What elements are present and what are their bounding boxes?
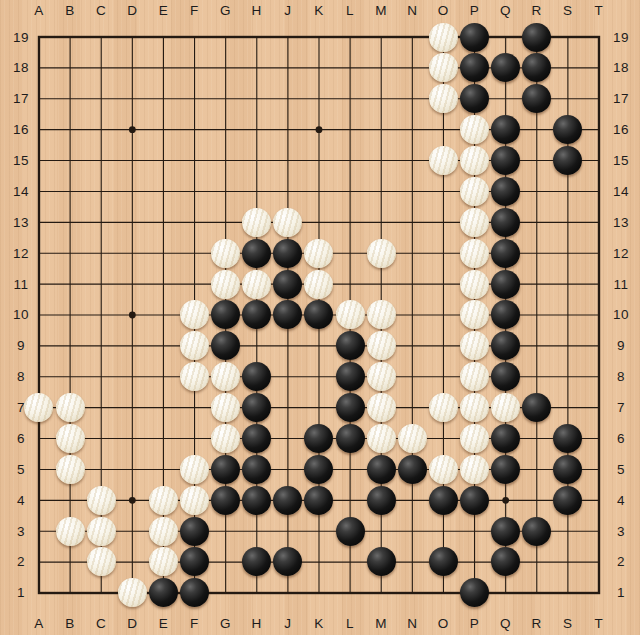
empty-intersection[interactable] — [583, 361, 614, 392]
empty-intersection[interactable] — [521, 330, 552, 361]
black-stone — [459, 22, 490, 53]
empty-intersection[interactable] — [428, 423, 459, 454]
white-stone — [148, 516, 179, 547]
empty-intersection[interactable] — [23, 176, 54, 207]
empty-intersection[interactable] — [303, 52, 334, 83]
white-stone — [210, 392, 241, 423]
empty-intersection[interactable] — [241, 22, 272, 53]
empty-intersection[interactable] — [55, 83, 86, 114]
empty-intersection[interactable] — [86, 423, 117, 454]
empty-intersection[interactable] — [490, 577, 521, 608]
empty-intersection[interactable] — [490, 485, 521, 516]
empty-intersection[interactable] — [490, 83, 521, 114]
empty-intersection[interactable] — [86, 145, 117, 176]
empty-intersection[interactable] — [148, 114, 179, 145]
empty-intersection[interactable] — [428, 516, 459, 547]
empty-intersection[interactable] — [148, 269, 179, 300]
empty-intersection[interactable] — [241, 176, 272, 207]
white-stone — [366, 392, 397, 423]
empty-intersection[interactable] — [334, 238, 365, 269]
empty-intersection[interactable] — [55, 361, 86, 392]
empty-intersection[interactable] — [117, 238, 148, 269]
empty-intersection[interactable] — [552, 207, 583, 238]
empty-intersection[interactable] — [303, 330, 334, 361]
white-stone — [334, 299, 365, 330]
empty-intersection[interactable] — [210, 145, 241, 176]
empty-intersection[interactable] — [303, 83, 334, 114]
empty-intersection[interactable] — [583, 423, 614, 454]
empty-intersection[interactable] — [55, 114, 86, 145]
empty-intersection[interactable] — [55, 330, 86, 361]
empty-intersection[interactable] — [552, 392, 583, 423]
empty-intersection[interactable] — [86, 330, 117, 361]
empty-intersection[interactable] — [303, 516, 334, 547]
empty-intersection[interactable] — [117, 546, 148, 577]
white-stone — [55, 454, 86, 485]
empty-intersection[interactable] — [334, 546, 365, 577]
empty-intersection[interactable] — [117, 423, 148, 454]
empty-intersection[interactable] — [148, 145, 179, 176]
black-stone — [334, 392, 365, 423]
empty-intersection[interactable] — [179, 238, 210, 269]
empty-intersection[interactable] — [117, 83, 148, 114]
empty-intersection[interactable] — [148, 83, 179, 114]
empty-intersection[interactable] — [397, 52, 428, 83]
coord-label: G — [210, 613, 241, 633]
empty-intersection[interactable] — [23, 454, 54, 485]
empty-intersection[interactable] — [303, 577, 334, 608]
black-stone — [366, 546, 397, 577]
empty-intersection[interactable] — [272, 454, 303, 485]
empty-intersection[interactable] — [179, 176, 210, 207]
black-stone — [490, 330, 521, 361]
empty-intersection[interactable] — [148, 423, 179, 454]
empty-intersection[interactable] — [241, 52, 272, 83]
white-stone — [210, 423, 241, 454]
empty-intersection[interactable] — [552, 361, 583, 392]
white-stone — [490, 392, 521, 423]
empty-intersection[interactable] — [55, 176, 86, 207]
empty-intersection[interactable] — [552, 176, 583, 207]
empty-intersection[interactable] — [334, 269, 365, 300]
empty-intersection[interactable] — [86, 361, 117, 392]
empty-intersection[interactable] — [521, 207, 552, 238]
white-stone — [459, 238, 490, 269]
empty-intersection[interactable] — [366, 22, 397, 53]
empty-intersection[interactable] — [583, 392, 614, 423]
empty-intersection[interactable] — [86, 577, 117, 608]
empty-intersection[interactable] — [210, 207, 241, 238]
white-stone — [366, 238, 397, 269]
empty-intersection[interactable] — [23, 423, 54, 454]
empty-intersection[interactable] — [272, 176, 303, 207]
black-stone — [552, 423, 583, 454]
empty-intersection[interactable] — [272, 114, 303, 145]
empty-intersection[interactable] — [428, 176, 459, 207]
black-stone — [490, 299, 521, 330]
black-stone — [303, 423, 334, 454]
empty-intersection[interactable] — [148, 238, 179, 269]
empty-intersection[interactable] — [55, 238, 86, 269]
empty-intersection[interactable] — [552, 52, 583, 83]
empty-intersection[interactable] — [117, 454, 148, 485]
empty-intersection[interactable] — [303, 22, 334, 53]
empty-intersection[interactable] — [521, 546, 552, 577]
empty-intersection[interactable] — [86, 83, 117, 114]
empty-intersection[interactable] — [366, 145, 397, 176]
empty-intersection[interactable] — [397, 330, 428, 361]
empty-intersection[interactable] — [583, 207, 614, 238]
empty-intersection[interactable] — [210, 546, 241, 577]
empty-intersection[interactable] — [23, 22, 54, 53]
empty-intersection[interactable] — [334, 485, 365, 516]
empty-intersection[interactable] — [428, 114, 459, 145]
empty-intersection[interactable] — [334, 114, 365, 145]
empty-intersection[interactable] — [241, 577, 272, 608]
empty-intersection[interactable] — [23, 114, 54, 145]
empty-intersection[interactable] — [397, 546, 428, 577]
empty-intersection[interactable] — [241, 83, 272, 114]
empty-intersection[interactable] — [366, 176, 397, 207]
empty-intersection[interactable] — [334, 577, 365, 608]
empty-intersection[interactable] — [55, 299, 86, 330]
empty-intersection[interactable] — [334, 176, 365, 207]
empty-intersection[interactable] — [148, 361, 179, 392]
empty-intersection[interactable] — [334, 83, 365, 114]
empty-intersection[interactable] — [521, 238, 552, 269]
stones-layer — [23, 22, 614, 609]
black-stone — [272, 238, 303, 269]
empty-intersection[interactable] — [397, 299, 428, 330]
empty-intersection[interactable] — [272, 361, 303, 392]
empty-intersection[interactable] — [117, 114, 148, 145]
empty-intersection[interactable] — [583, 454, 614, 485]
empty-intersection[interactable] — [303, 114, 334, 145]
empty-intersection[interactable] — [303, 546, 334, 577]
empty-intersection[interactable] — [397, 516, 428, 547]
empty-intersection[interactable] — [366, 83, 397, 114]
empty-intersection[interactable] — [55, 207, 86, 238]
black-stone — [272, 485, 303, 516]
empty-intersection[interactable] — [210, 516, 241, 547]
black-stone — [459, 83, 490, 114]
empty-intersection[interactable] — [117, 52, 148, 83]
empty-intersection[interactable] — [366, 207, 397, 238]
empty-intersection[interactable] — [86, 207, 117, 238]
empty-intersection[interactable] — [397, 83, 428, 114]
white-stone — [148, 546, 179, 577]
empty-intersection[interactable] — [521, 423, 552, 454]
empty-intersection[interactable] — [241, 145, 272, 176]
empty-intersection[interactable] — [86, 269, 117, 300]
black-stone — [334, 361, 365, 392]
empty-intersection[interactable] — [521, 114, 552, 145]
empty-intersection[interactable] — [23, 207, 54, 238]
white-stone — [148, 485, 179, 516]
empty-intersection[interactable] — [428, 361, 459, 392]
empty-intersection[interactable] — [366, 114, 397, 145]
empty-intersection[interactable] — [23, 238, 54, 269]
empty-intersection[interactable] — [303, 207, 334, 238]
empty-intersection[interactable] — [521, 454, 552, 485]
empty-intersection[interactable] — [397, 114, 428, 145]
coord-label: D — [117, 1, 148, 20]
white-stone — [303, 269, 334, 300]
black-stone — [552, 145, 583, 176]
coord-label: S — [552, 1, 583, 20]
empty-intersection[interactable] — [179, 207, 210, 238]
empty-intersection[interactable] — [272, 516, 303, 547]
empty-intersection[interactable] — [148, 299, 179, 330]
coord-label: Q — [490, 1, 521, 20]
coord-label: E — [148, 613, 179, 633]
empty-intersection[interactable] — [490, 22, 521, 53]
empty-intersection[interactable] — [583, 114, 614, 145]
coord-label: R — [521, 613, 552, 633]
empty-intersection[interactable] — [179, 22, 210, 53]
black-stone — [521, 516, 552, 547]
empty-intersection[interactable] — [23, 546, 54, 577]
empty-intersection[interactable] — [583, 577, 614, 608]
empty-intersection[interactable] — [23, 361, 54, 392]
empty-intersection[interactable] — [241, 516, 272, 547]
empty-intersection[interactable] — [148, 176, 179, 207]
empty-intersection[interactable] — [583, 22, 614, 53]
empty-intersection[interactable] — [23, 52, 54, 83]
coord-label: B — [55, 1, 86, 20]
empty-intersection[interactable] — [23, 485, 54, 516]
empty-intersection[interactable] — [583, 83, 614, 114]
white-stone — [459, 454, 490, 485]
empty-intersection[interactable] — [303, 145, 334, 176]
empty-intersection[interactable] — [86, 392, 117, 423]
empty-intersection[interactable] — [552, 83, 583, 114]
empty-intersection[interactable] — [521, 577, 552, 608]
empty-intersection[interactable] — [583, 145, 614, 176]
black-stone — [428, 485, 459, 516]
empty-intersection[interactable] — [210, 577, 241, 608]
black-stone — [366, 454, 397, 485]
empty-intersection[interactable] — [521, 299, 552, 330]
empty-intersection[interactable] — [117, 361, 148, 392]
empty-intersection[interactable] — [334, 52, 365, 83]
empty-intersection[interactable] — [86, 238, 117, 269]
empty-intersection[interactable] — [397, 485, 428, 516]
empty-intersection[interactable] — [23, 83, 54, 114]
empty-intersection[interactable] — [179, 83, 210, 114]
empty-intersection[interactable] — [117, 299, 148, 330]
empty-intersection[interactable] — [272, 577, 303, 608]
empty-intersection[interactable] — [117, 485, 148, 516]
empty-intersection[interactable] — [117, 207, 148, 238]
empty-intersection[interactable] — [210, 22, 241, 53]
empty-intersection[interactable] — [552, 546, 583, 577]
empty-intersection[interactable] — [428, 577, 459, 608]
white-stone — [179, 330, 210, 361]
empty-intersection[interactable] — [272, 83, 303, 114]
empty-intersection[interactable] — [552, 22, 583, 53]
empty-intersection[interactable] — [303, 392, 334, 423]
empty-intersection[interactable] — [366, 516, 397, 547]
empty-intersection[interactable] — [148, 22, 179, 53]
coord-label: F — [179, 1, 210, 20]
empty-intersection[interactable] — [117, 22, 148, 53]
empty-intersection[interactable] — [583, 516, 614, 547]
empty-intersection[interactable] — [148, 330, 179, 361]
empty-intersection[interactable] — [521, 176, 552, 207]
empty-intersection[interactable] — [210, 114, 241, 145]
empty-intersection[interactable] — [583, 238, 614, 269]
empty-intersection[interactable] — [428, 269, 459, 300]
black-stone — [490, 52, 521, 83]
empty-intersection[interactable] — [334, 22, 365, 53]
coord-label: E — [148, 1, 179, 20]
empty-intersection[interactable] — [148, 454, 179, 485]
black-stone — [490, 269, 521, 300]
white-stone — [459, 423, 490, 454]
empty-intersection[interactable] — [117, 176, 148, 207]
empty-intersection[interactable] — [86, 114, 117, 145]
white-stone — [210, 361, 241, 392]
empty-intersection[interactable] — [179, 269, 210, 300]
empty-intersection[interactable] — [552, 577, 583, 608]
white-stone — [23, 392, 54, 423]
empty-intersection[interactable] — [583, 330, 614, 361]
empty-intersection[interactable] — [552, 330, 583, 361]
black-stone — [490, 546, 521, 577]
empty-intersection[interactable] — [397, 22, 428, 53]
empty-intersection[interactable] — [117, 330, 148, 361]
empty-intersection[interactable] — [583, 485, 614, 516]
black-stone — [241, 423, 272, 454]
empty-intersection[interactable] — [23, 516, 54, 547]
empty-intersection[interactable] — [23, 145, 54, 176]
empty-intersection[interactable] — [23, 577, 54, 608]
empty-intersection[interactable] — [179, 52, 210, 83]
empty-intersection[interactable] — [397, 238, 428, 269]
empty-intersection[interactable] — [583, 269, 614, 300]
empty-intersection[interactable] — [428, 238, 459, 269]
empty-intersection[interactable] — [179, 392, 210, 423]
empty-intersection[interactable] — [459, 516, 490, 547]
empty-intersection[interactable] — [55, 145, 86, 176]
empty-intersection[interactable] — [334, 207, 365, 238]
empty-intersection[interactable] — [583, 176, 614, 207]
empty-intersection[interactable] — [366, 577, 397, 608]
empty-intersection[interactable] — [55, 485, 86, 516]
empty-intersection[interactable] — [241, 330, 272, 361]
empty-intersection[interactable] — [428, 330, 459, 361]
empty-intersection[interactable] — [148, 392, 179, 423]
empty-intersection[interactable] — [552, 299, 583, 330]
empty-intersection[interactable] — [210, 176, 241, 207]
empty-intersection[interactable] — [148, 52, 179, 83]
empty-intersection[interactable] — [428, 299, 459, 330]
empty-intersection[interactable] — [179, 423, 210, 454]
empty-intersection[interactable] — [521, 269, 552, 300]
empty-intersection[interactable] — [86, 454, 117, 485]
coord-label: T — [583, 1, 614, 20]
empty-intersection[interactable] — [428, 207, 459, 238]
empty-intersection[interactable] — [55, 546, 86, 577]
empty-intersection[interactable] — [55, 577, 86, 608]
empty-intersection[interactable] — [210, 83, 241, 114]
empty-intersection[interactable] — [272, 330, 303, 361]
empty-intersection[interactable] — [397, 361, 428, 392]
white-stone — [241, 207, 272, 238]
empty-intersection[interactable] — [397, 145, 428, 176]
black-stone — [241, 238, 272, 269]
empty-intersection[interactable] — [179, 114, 210, 145]
empty-intersection[interactable] — [272, 392, 303, 423]
white-stone — [459, 269, 490, 300]
empty-intersection[interactable] — [148, 207, 179, 238]
empty-intersection[interactable] — [397, 176, 428, 207]
empty-intersection[interactable] — [86, 299, 117, 330]
white-stone — [366, 423, 397, 454]
empty-intersection[interactable] — [583, 546, 614, 577]
empty-intersection[interactable] — [272, 423, 303, 454]
empty-intersection[interactable] — [23, 299, 54, 330]
empty-intersection[interactable] — [583, 52, 614, 83]
empty-intersection[interactable] — [117, 269, 148, 300]
empty-intersection[interactable] — [303, 361, 334, 392]
empty-intersection[interactable] — [117, 516, 148, 547]
empty-intersection[interactable] — [366, 52, 397, 83]
empty-intersection[interactable] — [552, 269, 583, 300]
empty-intersection[interactable] — [459, 546, 490, 577]
empty-intersection[interactable] — [397, 207, 428, 238]
empty-intersection[interactable] — [272, 145, 303, 176]
empty-intersection[interactable] — [397, 392, 428, 423]
empty-intersection[interactable] — [272, 52, 303, 83]
empty-intersection[interactable] — [397, 577, 428, 608]
empty-intersection[interactable] — [552, 516, 583, 547]
empty-intersection[interactable] — [210, 52, 241, 83]
empty-intersection[interactable] — [86, 52, 117, 83]
empty-intersection[interactable] — [86, 176, 117, 207]
black-stone — [490, 145, 521, 176]
empty-intersection[interactable] — [23, 269, 54, 300]
empty-intersection[interactable] — [272, 22, 303, 53]
coord-label: T — [583, 613, 614, 633]
black-stone — [490, 454, 521, 485]
empty-intersection[interactable] — [397, 269, 428, 300]
empty-intersection[interactable] — [521, 485, 552, 516]
coord-label: J — [272, 613, 303, 633]
empty-intersection[interactable] — [334, 145, 365, 176]
empty-intersection[interactable] — [55, 269, 86, 300]
white-stone — [459, 392, 490, 423]
empty-intersection[interactable] — [55, 52, 86, 83]
empty-intersection[interactable] — [86, 22, 117, 53]
empty-intersection[interactable] — [117, 145, 148, 176]
empty-intersection[interactable] — [521, 361, 552, 392]
empty-intersection[interactable] — [179, 145, 210, 176]
empty-intersection[interactable] — [117, 392, 148, 423]
empty-intersection[interactable] — [241, 114, 272, 145]
empty-intersection[interactable] — [55, 22, 86, 53]
empty-intersection[interactable] — [366, 269, 397, 300]
empty-intersection[interactable] — [583, 299, 614, 330]
empty-intersection[interactable] — [303, 176, 334, 207]
empty-intersection[interactable] — [521, 145, 552, 176]
black-stone — [241, 392, 272, 423]
empty-intersection[interactable] — [23, 330, 54, 361]
white-stone — [86, 516, 117, 547]
empty-intersection[interactable] — [552, 238, 583, 269]
empty-intersection[interactable] — [334, 454, 365, 485]
